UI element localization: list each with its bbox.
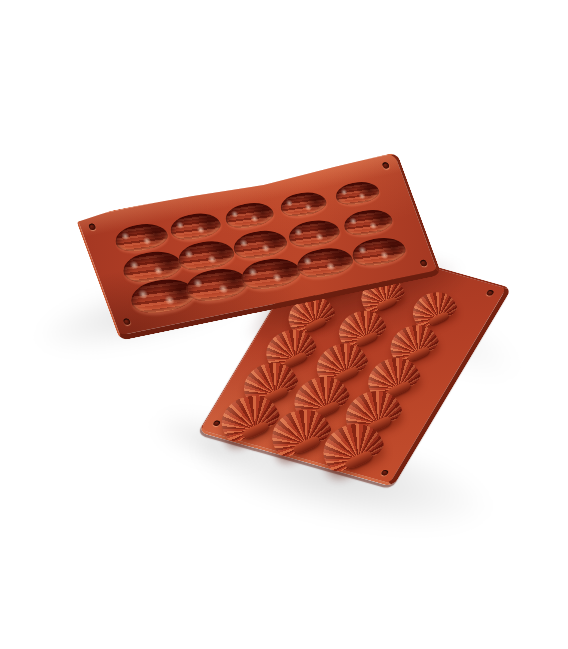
madeleine-cavity xyxy=(222,199,277,231)
madeleine-cavity xyxy=(292,243,357,281)
corner-hole xyxy=(382,162,390,169)
madeleine-cavity xyxy=(277,189,330,220)
madeleine-shell xyxy=(406,285,460,330)
product-photo-stage xyxy=(0,0,568,649)
corner-hole xyxy=(486,289,495,296)
madeleine-cavity xyxy=(340,206,396,239)
corner-hole xyxy=(123,318,131,325)
madeleine-cavity xyxy=(285,216,344,250)
madeleine-cavity xyxy=(111,220,172,255)
madeleine-cavity xyxy=(237,254,305,294)
madeleine-cavity xyxy=(332,179,382,208)
madeleine-cavity xyxy=(229,226,291,262)
corner-hole xyxy=(212,420,221,427)
corner-hole xyxy=(380,469,389,476)
madeleine-cavity xyxy=(348,233,409,269)
corner-hole xyxy=(419,259,427,266)
madeleine-cavity xyxy=(166,210,224,244)
corner-hole xyxy=(88,223,96,230)
